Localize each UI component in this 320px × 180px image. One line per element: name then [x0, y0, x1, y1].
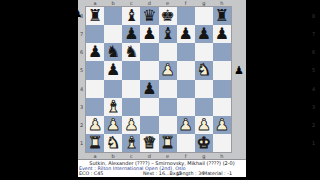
square-c4[interactable] — [122, 80, 140, 98]
square-d7[interactable]: ♟ — [140, 25, 158, 43]
square-h8[interactable]: ♜ — [213, 7, 231, 25]
square-d4[interactable]: ♟ — [140, 80, 158, 98]
chess-board[interactable]: ♜♝♛♚♜♟♟♝♟♟♟♟♞♞♟♟♞♟♝♟♟♟♟♟♟♜♞♝♛♜♚ — [86, 7, 231, 152]
black-pawn-b5: ♟ — [106, 61, 120, 79]
square-h3[interactable] — [213, 98, 231, 116]
square-h2[interactable]: ♟ — [213, 116, 231, 134]
stat-token: ECO : C45 — [79, 171, 103, 176]
square-g1[interactable]: ♚ — [195, 134, 213, 152]
square-f6[interactable] — [177, 43, 195, 61]
black-rook-a8: ♜ — [88, 7, 102, 25]
white-rook-a1: ♜ — [88, 134, 102, 152]
white-bishop-b3: ♝ — [106, 98, 120, 116]
square-f3[interactable] — [177, 98, 195, 116]
black-to-move-pawn-icon: ♟ — [74, 9, 82, 19]
square-b3[interactable]: ♝ — [104, 98, 122, 116]
white-king-g1: ♚ — [197, 134, 211, 152]
rank-label: 3 — [78, 98, 85, 116]
file-label: d — [140, 0, 158, 6]
black-bishop-e7: ♝ — [160, 25, 174, 43]
square-e4[interactable] — [159, 80, 177, 98]
white-pawn-c2: ♟ — [124, 116, 138, 134]
file-label: f — [177, 0, 195, 6]
rank-labels-right: 87654321 — [310, 7, 317, 152]
rank-label: 7 — [310, 25, 317, 43]
game-info-panel: Sutkin, Alexander (????) – Smirnovsky, M… — [78, 159, 246, 177]
square-c3[interactable] — [122, 98, 140, 116]
rank-label: 2 — [78, 116, 85, 134]
rank-label: 6 — [78, 43, 85, 61]
black-knight-c6: ♞ — [124, 43, 138, 61]
square-b8[interactable] — [104, 7, 122, 25]
square-h4[interactable] — [213, 80, 231, 98]
material-advantage-pawn-icon: ♟ — [234, 64, 244, 77]
square-a3[interactable] — [86, 98, 104, 116]
square-c7[interactable]: ♟ — [122, 25, 140, 43]
rank-label: 6 — [310, 43, 317, 61]
rank-labels-left: 87654321 — [78, 7, 85, 152]
black-knight-b6: ♞ — [106, 43, 120, 61]
square-g7[interactable]: ♟ — [195, 25, 213, 43]
square-e5[interactable]: ♟ — [159, 61, 177, 79]
white-pawn-g2: ♟ — [197, 116, 211, 134]
square-e6[interactable] — [159, 43, 177, 61]
file-label: e — [159, 0, 177, 6]
square-a7[interactable] — [86, 25, 104, 43]
file-label: b — [104, 0, 122, 6]
rank-label: 5 — [78, 61, 85, 79]
file-label: h — [213, 0, 231, 6]
white-pawn-h2: ♟ — [215, 116, 229, 134]
square-a6[interactable]: ♟ — [86, 43, 104, 61]
square-b1[interactable]: ♞ — [104, 134, 122, 152]
video-frame: { "game": "chess", "position": { "fen": … — [0, 0, 320, 180]
rank-label: 1 — [78, 134, 85, 152]
black-queen-d8: ♛ — [142, 7, 156, 25]
capture-area: abcdefgh 87654321 ♜♝♛♚♜♟♟♝♟♟♟♟♞♞♟♟♞♟♝♟♟♟… — [78, 0, 246, 176]
square-c6[interactable]: ♞ — [122, 43, 140, 61]
rank-label: 8 — [310, 7, 317, 25]
square-e3[interactable] — [159, 98, 177, 116]
square-g2[interactable]: ♟ — [195, 116, 213, 134]
square-a2[interactable]: ♟ — [86, 116, 104, 134]
square-f8[interactable] — [177, 7, 195, 25]
square-d8[interactable]: ♛ — [140, 7, 158, 25]
square-c1[interactable]: ♝ — [122, 134, 140, 152]
square-b4[interactable] — [104, 80, 122, 98]
square-c5[interactable] — [122, 61, 140, 79]
rank-label: 4 — [310, 80, 317, 98]
black-rook-h8: ♜ — [215, 7, 229, 25]
white-pawn-b2: ♟ — [106, 116, 120, 134]
square-e1[interactable]: ♜ — [159, 134, 177, 152]
square-b7[interactable] — [104, 25, 122, 43]
white-knight-b1: ♞ — [106, 134, 120, 152]
square-f7[interactable]: ♟ — [177, 25, 195, 43]
square-f4[interactable] — [177, 80, 195, 98]
square-d1[interactable]: ♛ — [140, 134, 158, 152]
square-g3[interactable] — [195, 98, 213, 116]
white-rook-e1: ♜ — [160, 134, 174, 152]
stat-token: Material : -1 — [203, 171, 232, 176]
square-d5[interactable] — [140, 61, 158, 79]
square-g4[interactable] — [195, 80, 213, 98]
square-a5[interactable] — [86, 61, 104, 79]
black-pawn-d4: ♟ — [142, 80, 156, 98]
square-f5[interactable] — [177, 61, 195, 79]
black-pawn-a6: ♟ — [88, 43, 102, 61]
file-label: a — [86, 0, 104, 6]
square-d6[interactable] — [140, 43, 158, 61]
square-a4[interactable] — [86, 80, 104, 98]
square-e2[interactable] — [159, 116, 177, 134]
square-c8[interactable]: ♝ — [122, 7, 140, 25]
black-king-e8: ♚ — [160, 7, 174, 25]
square-f1[interactable] — [177, 134, 195, 152]
stat-token: Next : 16...Bxg5 — [143, 171, 182, 176]
rank-label: 5 — [310, 61, 317, 79]
square-b5[interactable]: ♟ — [104, 61, 122, 79]
square-d3[interactable] — [140, 98, 158, 116]
square-h7[interactable]: ♟ — [213, 25, 231, 43]
square-g6[interactable] — [195, 43, 213, 61]
rank-label: 1 — [310, 134, 317, 152]
square-b6[interactable]: ♞ — [104, 43, 122, 61]
square-h6[interactable] — [213, 43, 231, 61]
file-label: c — [122, 0, 140, 6]
white-pawn-f2: ♟ — [179, 116, 193, 134]
file-labels-top: abcdefgh — [86, 0, 231, 6]
file-label: g — [195, 0, 213, 6]
black-pawn-d7: ♟ — [142, 25, 156, 43]
square-g8[interactable] — [195, 7, 213, 25]
square-e8[interactable]: ♚ — [159, 7, 177, 25]
black-bishop-c8: ♝ — [124, 7, 138, 25]
white-pawn-a2: ♟ — [88, 116, 102, 134]
square-g5[interactable]: ♞ — [195, 61, 213, 79]
square-d2[interactable] — [140, 116, 158, 134]
rank-label: 4 — [78, 80, 85, 98]
square-f2[interactable]: ♟ — [177, 116, 195, 134]
black-pawn-f7: ♟ — [179, 25, 193, 43]
square-h5[interactable] — [213, 61, 231, 79]
stats-line: ECO : C45Next : 16...Bxg5Length : 36Mate… — [78, 171, 246, 176]
square-h1[interactable] — [213, 134, 231, 152]
rank-label: 2 — [310, 116, 317, 134]
stat-token: Length : 36 — [177, 171, 204, 176]
square-c2[interactable]: ♟ — [122, 116, 140, 134]
square-a8[interactable]: ♜ — [86, 7, 104, 25]
white-bishop-c1: ♝ — [124, 134, 138, 152]
square-e7[interactable]: ♝ — [159, 25, 177, 43]
square-b2[interactable]: ♟ — [104, 116, 122, 134]
black-pawn-h7: ♟ — [215, 25, 229, 43]
rank-label: 3 — [310, 98, 317, 116]
white-pawn-e5: ♟ — [160, 61, 174, 79]
black-pawn-g7: ♟ — [197, 25, 211, 43]
white-knight-g5: ♞ — [197, 61, 211, 79]
black-pawn-c7: ♟ — [124, 25, 138, 43]
rank-label: 7 — [78, 25, 85, 43]
square-a1[interactable]: ♜ — [86, 134, 104, 152]
white-queen-d1: ♛ — [142, 134, 156, 152]
